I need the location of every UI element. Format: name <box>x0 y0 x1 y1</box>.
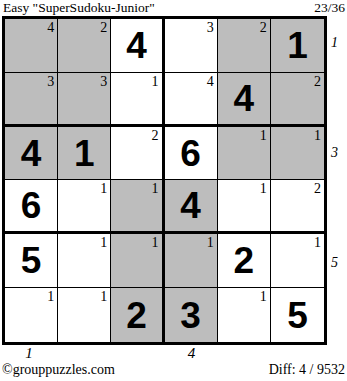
header: Easy "SuperSudoku-Junior" 23/36 <box>3 0 345 15</box>
cell-r3c2[interactable]: 1 <box>58 127 111 181</box>
pencil-mark: 1 <box>100 235 107 250</box>
pencil-mark: 2 <box>152 128 159 143</box>
pencil-mark: 3 <box>100 74 107 89</box>
cell-value: 1 <box>74 135 95 172</box>
sudoku-board: 4 2 4 3 2 1 3 3 1 4 4 2 4 1 2 6 1 1 6 1 … <box>2 16 327 345</box>
cell-r6c2[interactable]: 1 <box>58 288 111 342</box>
cell-r1c1[interactable]: 4 <box>5 19 58 73</box>
cell-r5c2[interactable]: 1 <box>58 234 111 288</box>
cell-value: 2 <box>233 242 254 279</box>
cell-r6c4[interactable]: 3 <box>165 288 218 342</box>
pencil-mark: 4 <box>47 20 54 35</box>
cell-r4c1[interactable]: 6 <box>5 180 58 234</box>
cell-r5c3[interactable]: 1 <box>111 234 164 288</box>
footer: ©grouppuzzles.com Diff: 4 / 9532 <box>2 362 345 378</box>
cell-r5c6[interactable]: 1 <box>271 234 324 288</box>
cell-r4c3[interactable]: 1 <box>111 180 164 234</box>
pencil-mark: 3 <box>207 20 214 35</box>
cell-value: 6 <box>21 187 42 224</box>
cell-value: 1 <box>287 27 308 64</box>
pencil-mark: 1 <box>260 128 267 143</box>
row-label-1: 1 <box>331 36 338 50</box>
cell-r3c1[interactable]: 4 <box>5 127 58 181</box>
cell-r5c5[interactable]: 2 <box>218 234 271 288</box>
cell-r6c5[interactable]: 1 <box>218 288 271 342</box>
cell-r1c6[interactable]: 1 <box>271 19 324 73</box>
cell-r3c3[interactable]: 2 <box>111 127 164 181</box>
pencil-mark: 1 <box>207 235 214 250</box>
pencil-mark: 1 <box>47 289 54 304</box>
pencil-mark: 2 <box>314 74 321 89</box>
cell-value: 4 <box>126 27 147 64</box>
cell-r6c1[interactable]: 1 <box>5 288 58 342</box>
cell-r5c1[interactable]: 5 <box>5 234 58 288</box>
col-label-4: 4 <box>188 346 196 361</box>
pencil-mark: 1 <box>152 74 159 89</box>
pencil-mark: 2 <box>260 20 267 35</box>
pencil-mark: 2 <box>314 181 321 196</box>
pencil-mark: 3 <box>47 74 54 89</box>
cell-value: 4 <box>233 80 254 117</box>
cell-r4c5[interactable]: 1 <box>218 180 271 234</box>
puzzle-title: Easy "SuperSudoku-Junior" <box>3 0 155 15</box>
cell-value: 2 <box>126 297 147 334</box>
cell-r2c3[interactable]: 1 <box>111 73 164 127</box>
difficulty-text: Diff: 4 / 9532 <box>269 362 345 378</box>
cell-r4c2[interactable]: 1 <box>58 180 111 234</box>
row-labels: 1 3 5 <box>331 16 345 345</box>
cell-r2c5[interactable]: 4 <box>218 73 271 127</box>
cell-r4c4[interactable]: 4 <box>165 180 218 234</box>
cell-r2c6[interactable]: 2 <box>271 73 324 127</box>
cell-r2c1[interactable]: 3 <box>5 73 58 127</box>
pencil-mark: 1 <box>314 235 321 250</box>
pencil-mark: 1 <box>152 235 159 250</box>
pencil-mark: 1 <box>260 289 267 304</box>
cell-r2c4[interactable]: 4 <box>165 73 218 127</box>
cell-r3c6[interactable]: 1 <box>271 127 324 181</box>
col-label-1: 1 <box>25 346 33 361</box>
cell-value: 3 <box>180 297 201 334</box>
cell-value: 4 <box>21 135 42 172</box>
pencil-mark: 1 <box>152 181 159 196</box>
cell-r6c6[interactable]: 5 <box>271 288 324 342</box>
row-label-3: 3 <box>331 146 338 160</box>
cell-r6c3[interactable]: 2 <box>111 288 164 342</box>
pencil-mark: 1 <box>260 181 267 196</box>
puzzle-counter: 23/36 <box>314 0 345 15</box>
cell-r3c4[interactable]: 6 <box>165 127 218 181</box>
cell-value: 4 <box>180 187 201 224</box>
pencil-mark: 2 <box>100 20 107 35</box>
cell-r1c4[interactable]: 3 <box>165 19 218 73</box>
cell-r1c2[interactable]: 2 <box>58 19 111 73</box>
cell-r1c5[interactable]: 2 <box>218 19 271 73</box>
pencil-mark: 1 <box>314 128 321 143</box>
cell-r2c2[interactable]: 3 <box>58 73 111 127</box>
cell-value: 5 <box>287 297 308 334</box>
pencil-mark: 1 <box>100 289 107 304</box>
cell-r4c6[interactable]: 2 <box>271 180 324 234</box>
cell-r1c3[interactable]: 4 <box>111 19 164 73</box>
col-labels: 1 4 <box>2 346 327 362</box>
row-label-5: 5 <box>331 256 338 270</box>
cell-r3c5[interactable]: 1 <box>218 127 271 181</box>
pencil-mark: 1 <box>100 181 107 196</box>
cell-r5c4[interactable]: 1 <box>165 234 218 288</box>
pencil-mark: 4 <box>207 74 214 89</box>
copyright-text: ©grouppuzzles.com <box>2 362 115 378</box>
cell-value: 5 <box>21 242 42 279</box>
cell-value: 6 <box>180 135 201 172</box>
